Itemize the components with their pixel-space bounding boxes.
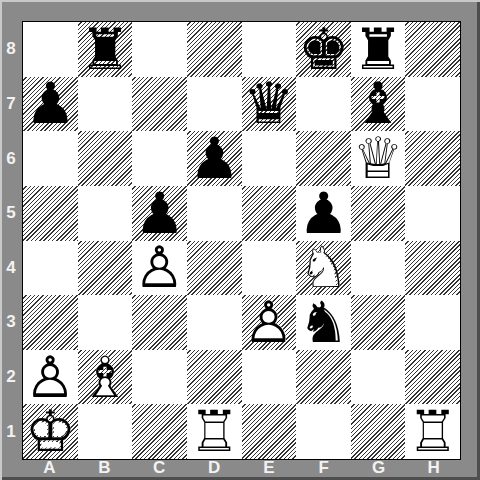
- square-h8[interactable]: [405, 22, 460, 77]
- square-h3[interactable]: [405, 295, 460, 350]
- square-f4[interactable]: ♞♘: [296, 241, 351, 296]
- square-e2[interactable]: [242, 350, 297, 405]
- square-f2[interactable]: [296, 350, 351, 405]
- square-d7[interactable]: [187, 77, 242, 132]
- piece-glyph-outline: ♘: [296, 241, 351, 296]
- square-b4[interactable]: [78, 241, 133, 296]
- rank-label-6: 6: [0, 131, 22, 186]
- square-d8[interactable]: [187, 22, 242, 77]
- square-b7[interactable]: [78, 77, 133, 132]
- square-d4[interactable]: [187, 241, 242, 296]
- square-g8[interactable]: ♜: [351, 22, 406, 77]
- square-c8[interactable]: [132, 22, 187, 77]
- piece-glyph-fill: ♟: [23, 77, 78, 132]
- piece-glyph-outline: ♖: [187, 404, 242, 459]
- square-a5[interactable]: [23, 186, 78, 241]
- square-d3[interactable]: [187, 295, 242, 350]
- piece-glyph-outline: ♗: [78, 350, 133, 405]
- piece-black-bishop[interactable]: ♝: [351, 77, 406, 132]
- square-c2[interactable]: [132, 350, 187, 405]
- square-c7[interactable]: [132, 77, 187, 132]
- chess-board: ♜♚♜♟♛♝♟♛♕♟♟♟♙♞♘♟♙♞♟♙♝♗♚♔♜♖♜♖: [23, 22, 460, 459]
- piece-glyph-outline: ♔: [23, 404, 78, 459]
- square-b6[interactable]: [78, 131, 133, 186]
- square-d5[interactable]: [187, 186, 242, 241]
- piece-black-knight[interactable]: ♞: [296, 295, 351, 350]
- square-b1[interactable]: [78, 404, 133, 459]
- rank-label-8: 8: [0, 22, 22, 77]
- square-g3[interactable]: [351, 295, 406, 350]
- file-label-b: B: [77, 459, 132, 477]
- piece-glyph-fill: ♟: [296, 186, 351, 241]
- square-h6[interactable]: [405, 131, 460, 186]
- square-d1[interactable]: ♜♖: [187, 404, 242, 459]
- square-e7[interactable]: ♛: [242, 77, 297, 132]
- piece-black-pawn[interactable]: ♟: [23, 77, 78, 132]
- square-a1[interactable]: ♚♔: [23, 404, 78, 459]
- piece-glyph-fill: ♛: [242, 77, 297, 132]
- piece-black-queen[interactable]: ♛: [242, 77, 297, 132]
- piece-glyph-fill: ♜: [78, 22, 133, 77]
- square-f1[interactable]: [296, 404, 351, 459]
- square-e3[interactable]: ♟♙: [242, 295, 297, 350]
- square-f6[interactable]: [296, 131, 351, 186]
- rank-label-1: 1: [0, 404, 22, 459]
- file-label-c: C: [132, 459, 187, 477]
- square-d6[interactable]: ♟: [187, 131, 242, 186]
- piece-black-pawn[interactable]: ♟: [132, 186, 187, 241]
- file-label-a: A: [22, 459, 77, 477]
- square-e8[interactable]: [242, 22, 297, 77]
- square-c1[interactable]: [132, 404, 187, 459]
- piece-black-rook[interactable]: ♜: [78, 22, 133, 77]
- square-g4[interactable]: [351, 241, 406, 296]
- piece-glyph-outline: ♙: [132, 241, 187, 296]
- rank-label-3: 3: [0, 295, 22, 350]
- square-g1[interactable]: [351, 404, 406, 459]
- rank-label-2: 2: [0, 350, 22, 405]
- square-e4[interactable]: [242, 241, 297, 296]
- piece-white-pawn[interactable]: ♟♙: [242, 295, 297, 350]
- square-a2[interactable]: ♟♙: [23, 350, 78, 405]
- square-b2[interactable]: ♝♗: [78, 350, 133, 405]
- square-f5[interactable]: ♟: [296, 186, 351, 241]
- piece-glyph-fill: ♜: [351, 22, 406, 77]
- square-a4[interactable]: [23, 241, 78, 296]
- piece-glyph-fill: ♟: [187, 131, 242, 186]
- square-h4[interactable]: [405, 241, 460, 296]
- square-h2[interactable]: [405, 350, 460, 405]
- square-b8[interactable]: ♜: [78, 22, 133, 77]
- square-e6[interactable]: [242, 131, 297, 186]
- piece-white-bishop[interactable]: ♝♗: [78, 350, 133, 405]
- piece-glyph-fill: ♚: [296, 22, 351, 77]
- square-a6[interactable]: [23, 131, 78, 186]
- file-label-f: F: [296, 459, 351, 477]
- board-frame: ♜♚♜♟♛♝♟♛♕♟♟♟♙♞♘♟♙♞♟♙♝♗♚♔♜♖♜♖: [22, 21, 461, 460]
- square-f7[interactable]: [296, 77, 351, 132]
- rank-label-4: 4: [0, 241, 22, 296]
- square-a7[interactable]: ♟: [23, 77, 78, 132]
- square-h1[interactable]: ♜♖: [405, 404, 460, 459]
- square-e1[interactable]: [242, 404, 297, 459]
- square-c3[interactable]: [132, 295, 187, 350]
- piece-white-queen[interactable]: ♛♕: [351, 131, 406, 186]
- piece-white-king[interactable]: ♚♔: [23, 404, 78, 459]
- square-g2[interactable]: [351, 350, 406, 405]
- piece-black-king[interactable]: ♚: [296, 22, 351, 77]
- piece-white-rook[interactable]: ♜♖: [405, 404, 460, 459]
- square-c4[interactable]: ♟♙: [132, 241, 187, 296]
- piece-glyph-outline: ♙: [242, 295, 297, 350]
- file-label-e: E: [242, 459, 297, 477]
- file-label-d: D: [187, 459, 242, 477]
- file-label-g: G: [351, 459, 406, 477]
- piece-black-pawn[interactable]: ♟: [296, 186, 351, 241]
- rank-label-7: 7: [0, 77, 22, 132]
- square-b5[interactable]: [78, 186, 133, 241]
- piece-white-pawn[interactable]: ♟♙: [132, 241, 187, 296]
- square-b3[interactable]: [78, 295, 133, 350]
- square-f3[interactable]: ♞: [296, 295, 351, 350]
- square-e5[interactable]: [242, 186, 297, 241]
- square-h7[interactable]: [405, 77, 460, 132]
- square-g5[interactable]: [351, 186, 406, 241]
- piece-glyph-outline: ♙: [23, 350, 78, 405]
- file-label-h: H: [406, 459, 461, 477]
- piece-white-knight[interactable]: ♞♘: [296, 241, 351, 296]
- piece-white-rook[interactable]: ♜♖: [187, 404, 242, 459]
- square-c6[interactable]: [132, 131, 187, 186]
- square-c5[interactable]: ♟: [132, 186, 187, 241]
- square-g7[interactable]: ♝: [351, 77, 406, 132]
- square-a3[interactable]: [23, 295, 78, 350]
- piece-black-rook[interactable]: ♜: [351, 22, 406, 77]
- rank-label-5: 5: [0, 186, 22, 241]
- piece-glyph-outline: ♕: [351, 131, 406, 186]
- piece-glyph-outline: ♖: [405, 404, 460, 459]
- rank-labels: 87654321: [0, 22, 22, 459]
- square-g6[interactable]: ♛♕: [351, 131, 406, 186]
- piece-white-pawn[interactable]: ♟♙: [23, 350, 78, 405]
- square-f8[interactable]: ♚: [296, 22, 351, 77]
- square-d2[interactable]: [187, 350, 242, 405]
- file-labels: ABCDEFGH: [22, 459, 461, 477]
- square-a8[interactable]: [23, 22, 78, 77]
- piece-black-pawn[interactable]: ♟: [187, 131, 242, 186]
- square-h5[interactable]: [405, 186, 460, 241]
- chess-diagram: 87654321 ♜♚♜♟♛♝♟♛♕♟♟♟♙♞♘♟♙♞♟♙♝♗♚♔♜♖♜♖ AB…: [0, 0, 480, 480]
- piece-glyph-fill: ♝: [351, 77, 406, 132]
- piece-glyph-fill: ♞: [296, 295, 351, 350]
- piece-glyph-fill: ♟: [132, 186, 187, 241]
